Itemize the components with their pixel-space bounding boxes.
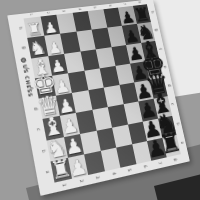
- brand-text: US CHESS: [22, 64, 33, 97]
- rank-label-bottom-7: 7: [157, 162, 162, 166]
- rank-label-bottom-3: 3: [94, 176, 99, 180]
- square-f8: ♝: [141, 40, 160, 61]
- us-chess-logo-icon: [20, 57, 26, 63]
- rank-label-top-4: 4: [76, 8, 80, 10]
- rank-label-top-1: 1: [28, 13, 32, 16]
- file-label-right-e: e: [162, 65, 166, 68]
- square-e8: ♚: [145, 59, 164, 80]
- square-g8: ♞: [137, 22, 156, 42]
- file-label-left-h: h: [17, 26, 22, 29]
- file-label-left-b: b: [40, 149, 45, 153]
- square-h8: ♜: [133, 4, 151, 24]
- square-a8: ♜: [162, 135, 181, 158]
- rank-label-bottom-4: 4: [110, 172, 115, 176]
- file-label-left-c: c: [36, 128, 41, 131]
- board-photo: ♜♟♟♜♞♟♟♞♝♟♟♝♚♟♟♚♛♟♟♛♝♟♟♝♞♟♟♞♜♟♟♜ US CHES…: [0, 0, 200, 200]
- rank-label-bottom-1: 1: [60, 183, 65, 187]
- file-label-left-g: g: [21, 46, 26, 49]
- rank-label-top-7: 7: [122, 3, 126, 5]
- rank-label-bottom-5: 5: [126, 169, 131, 173]
- file-label-right-h: h: [149, 11, 153, 14]
- rank-label-top-2: 2: [45, 12, 49, 15]
- rank-label-bottom-8: 8: [171, 158, 176, 162]
- rank-label-top-3: 3: [61, 10, 65, 12]
- file-label-right-a: a: [179, 141, 184, 145]
- file-label-right-d: d: [166, 84, 171, 87]
- rank-label-bottom-6: 6: [141, 165, 146, 169]
- rank-label-bottom-2: 2: [77, 179, 82, 183]
- file-label-right-f: f: [157, 47, 161, 49]
- file-label-left-d: d: [32, 107, 37, 111]
- file-label-right-b: b: [175, 122, 180, 126]
- file-label-right-c: c: [170, 103, 174, 106]
- file-label-left-a: a: [44, 170, 49, 174]
- rank-label-top-6: 6: [107, 5, 111, 7]
- rank-label-top-8: 8: [136, 1, 139, 3]
- file-label-right-g: g: [154, 29, 158, 32]
- board-grid: ♜♟♟♜♞♟♟♞♝♟♟♝♚♟♟♚♛♟♟♛♝♟♟♝♞♟♟♞♜♟♟♜: [24, 4, 181, 182]
- rank-label-top-5: 5: [92, 6, 96, 8]
